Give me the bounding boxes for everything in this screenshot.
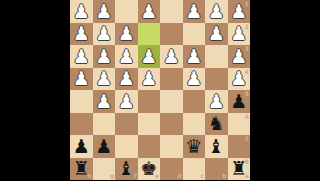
square-d1[interactable] [160, 0, 183, 23]
square-a7[interactable]: 7 [228, 135, 251, 158]
square-f8[interactable]: ♝f [115, 158, 138, 181]
square-e1[interactable]: ♟ [138, 0, 161, 23]
square-c3[interactable]: ♟ [183, 45, 206, 68]
square-c4[interactable]: ♟ [183, 68, 206, 91]
square-f7[interactable] [115, 135, 138, 158]
piece-white-pawn[interactable]: ♟ [230, 69, 247, 88]
square-e8[interactable]: ♚e [138, 158, 161, 181]
square-c2[interactable] [183, 23, 206, 46]
square-a6[interactable]: 6 [228, 113, 251, 136]
square-d6[interactable] [160, 113, 183, 136]
piece-white-pawn[interactable]: ♟ [73, 69, 90, 88]
piece-white-pawn[interactable]: ♟ [73, 46, 90, 65]
piece-white-pawn[interactable]: ♟ [230, 24, 247, 43]
square-a1[interactable]: ♟1 [228, 0, 251, 23]
square-d2[interactable] [160, 23, 183, 46]
square-h1[interactable]: ♟ [70, 0, 93, 23]
square-a3[interactable]: ♟3 [228, 45, 251, 68]
square-b8[interactable]: b [205, 158, 228, 181]
piece-white-pawn[interactable]: ♟ [73, 24, 90, 43]
chess-board: ♟♟♟♟♟♟1♟♟♟♟♟2♟♟♟♟♟♟♟3♟♟♟♟♟♟4♟♟♟♟5♞6♟♟♛♝7… [70, 0, 250, 180]
square-b4[interactable] [205, 68, 228, 91]
piece-white-pawn[interactable]: ♟ [185, 1, 202, 20]
square-h8[interactable]: ♜h [70, 158, 93, 181]
square-f4[interactable]: ♟ [115, 68, 138, 91]
piece-white-pawn[interactable]: ♟ [185, 46, 202, 65]
piece-white-pawn[interactable]: ♟ [95, 24, 112, 43]
square-h3[interactable]: ♟ [70, 45, 93, 68]
square-h5[interactable] [70, 90, 93, 113]
piece-white-pawn[interactable]: ♟ [230, 1, 247, 20]
square-g5[interactable]: ♟ [93, 90, 116, 113]
piece-white-pawn[interactable]: ♟ [95, 91, 112, 110]
piece-white-pawn[interactable]: ♟ [230, 46, 247, 65]
square-b6[interactable]: ♞ [205, 113, 228, 136]
square-g8[interactable]: g [93, 158, 116, 181]
square-g2[interactable]: ♟ [93, 23, 116, 46]
square-f1[interactable] [115, 0, 138, 23]
piece-black-rook[interactable]: ♜ [230, 159, 247, 178]
square-d4[interactable] [160, 68, 183, 91]
rank-label-6: 6 [245, 114, 249, 120]
file-label-g: g [110, 173, 114, 179]
video-frame: ♟♟♟♟♟♟1♟♟♟♟♟2♟♟♟♟♟♟♟3♟♟♟♟♟♟4♟♟♟♟5♞6♟♟♛♝7… [0, 0, 320, 180]
letterbox-bar-left [0, 0, 70, 180]
piece-black-pawn[interactable]: ♟ [73, 136, 90, 155]
piece-white-pawn[interactable]: ♟ [208, 91, 225, 110]
square-e4[interactable]: ♟ [138, 68, 161, 91]
square-b5[interactable]: ♟ [205, 90, 228, 113]
square-g1[interactable]: ♟ [93, 0, 116, 23]
file-label-c: c [200, 173, 204, 179]
square-e2[interactable] [138, 23, 161, 46]
piece-white-pawn[interactable]: ♟ [140, 69, 157, 88]
square-a5[interactable]: ♟5 [228, 90, 251, 113]
square-a2[interactable]: ♟2 [228, 23, 251, 46]
square-g6[interactable] [93, 113, 116, 136]
square-f3[interactable]: ♟ [115, 45, 138, 68]
piece-white-pawn[interactable]: ♟ [118, 91, 135, 110]
piece-white-pawn[interactable]: ♟ [118, 46, 135, 65]
square-g7[interactable]: ♟ [93, 135, 116, 158]
piece-black-queen[interactable]: ♛ [185, 136, 202, 155]
square-f2[interactable]: ♟ [115, 23, 138, 46]
piece-black-knight[interactable]: ♞ [208, 114, 225, 133]
square-c6[interactable] [183, 113, 206, 136]
square-b2[interactable]: ♟ [205, 23, 228, 46]
square-e5[interactable] [138, 90, 161, 113]
square-d3[interactable]: ♟ [160, 45, 183, 68]
square-b7[interactable]: ♝ [205, 135, 228, 158]
piece-black-pawn[interactable]: ♟ [230, 91, 247, 110]
square-g3[interactable]: ♟ [93, 45, 116, 68]
square-c5[interactable] [183, 90, 206, 113]
square-h6[interactable] [70, 113, 93, 136]
square-c1[interactable]: ♟ [183, 0, 206, 23]
square-e6[interactable] [138, 113, 161, 136]
rank-label-7: 7 [245, 136, 249, 142]
piece-white-pawn[interactable]: ♟ [118, 69, 135, 88]
piece-white-pawn[interactable]: ♟ [140, 46, 157, 65]
piece-white-pawn[interactable]: ♟ [208, 24, 225, 43]
piece-white-pawn[interactable]: ♟ [163, 46, 180, 65]
square-h7[interactable]: ♟ [70, 135, 93, 158]
piece-white-pawn[interactable]: ♟ [140, 1, 157, 20]
square-a8[interactable]: ♜8a [228, 158, 251, 181]
square-c8[interactable]: c [183, 158, 206, 181]
piece-white-pawn[interactable]: ♟ [95, 46, 112, 65]
piece-black-bishop[interactable]: ♝ [118, 159, 135, 178]
piece-black-king[interactable]: ♚ [140, 159, 157, 178]
piece-black-pawn[interactable]: ♟ [95, 136, 112, 155]
square-d5[interactable] [160, 90, 183, 113]
square-b3[interactable] [205, 45, 228, 68]
square-h2[interactable]: ♟ [70, 23, 93, 46]
letterbox-bar-right [250, 0, 320, 180]
piece-white-pawn[interactable]: ♟ [185, 69, 202, 88]
square-d8[interactable]: d [160, 158, 183, 181]
square-c7[interactable]: ♛ [183, 135, 206, 158]
piece-white-pawn[interactable]: ♟ [95, 69, 112, 88]
file-label-b: b [222, 173, 226, 179]
square-d7[interactable] [160, 135, 183, 158]
square-a4[interactable]: ♟4 [228, 68, 251, 91]
square-g4[interactable]: ♟ [93, 68, 116, 91]
square-e7[interactable] [138, 135, 161, 158]
piece-white-pawn[interactable]: ♟ [73, 1, 90, 20]
square-b1[interactable]: ♟ [205, 0, 228, 23]
piece-white-pawn[interactable]: ♟ [95, 1, 112, 20]
square-f5[interactable]: ♟ [115, 90, 138, 113]
square-f6[interactable] [115, 113, 138, 136]
piece-white-pawn[interactable]: ♟ [208, 1, 225, 20]
square-h4[interactable]: ♟ [70, 68, 93, 91]
square-e3[interactable]: ♟ [138, 45, 161, 68]
piece-white-pawn[interactable]: ♟ [118, 24, 135, 43]
piece-black-rook[interactable]: ♜ [73, 159, 90, 178]
piece-black-bishop[interactable]: ♝ [208, 136, 225, 155]
file-label-d: d [177, 173, 181, 179]
